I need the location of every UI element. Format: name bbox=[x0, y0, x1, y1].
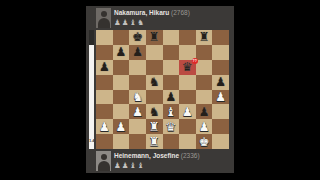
bottom-captured-tray: ♟♟♝♝ bbox=[114, 161, 145, 170]
black-pawn-piece[interactable]: ♟ bbox=[165, 91, 176, 103]
square-c2[interactable] bbox=[129, 119, 146, 134]
white-pawn-piece[interactable]: ♟ bbox=[182, 106, 193, 118]
bottom-player-bar: Heinemann, Josefine (2336) ♟♟♝♝ bbox=[86, 149, 234, 173]
top-captured-tray: ♟♟♝♞ bbox=[114, 18, 145, 27]
square-f4[interactable] bbox=[179, 90, 196, 105]
square-f8[interactable] bbox=[179, 30, 196, 45]
white-rook-piece[interactable]: ♜ bbox=[149, 136, 160, 148]
white-pawn-piece[interactable]: ♟ bbox=[199, 121, 210, 133]
square-a3[interactable] bbox=[96, 104, 113, 119]
avatar-torso-icon bbox=[98, 18, 110, 28]
square-b5[interactable] bbox=[113, 75, 130, 90]
black-knight-piece[interactable]: ♞ bbox=[149, 76, 160, 88]
square-c8[interactable]: ♚ bbox=[129, 30, 146, 45]
square-d4[interactable] bbox=[146, 90, 163, 105]
eval-bar: 1.4 bbox=[89, 30, 94, 149]
square-g3[interactable]: ♟ bbox=[196, 104, 213, 119]
square-g6[interactable] bbox=[196, 60, 213, 75]
square-d6[interactable] bbox=[146, 60, 163, 75]
eval-bar-black-section bbox=[89, 30, 94, 45]
square-e6[interactable] bbox=[163, 60, 180, 75]
white-rook-piece[interactable]: ♜ bbox=[149, 121, 160, 133]
square-a1[interactable] bbox=[96, 134, 113, 149]
eval-bar-white-section: 1.4 bbox=[89, 45, 94, 149]
broadcast-panel: Nakamura, Hikaru (2768) ♟♟♝♞ 1.4 ♚♜♜♟♟♟♛… bbox=[86, 6, 234, 173]
square-a8[interactable] bbox=[96, 30, 113, 45]
square-f2[interactable] bbox=[179, 119, 196, 134]
square-a4[interactable] bbox=[96, 90, 113, 105]
square-h8[interactable] bbox=[212, 30, 229, 45]
square-c1[interactable] bbox=[129, 134, 146, 149]
square-c5[interactable] bbox=[129, 75, 146, 90]
black-pawn-piece[interactable]: ♟ bbox=[132, 46, 143, 58]
square-g8[interactable]: ♜ bbox=[196, 30, 213, 45]
avatar-head-icon bbox=[101, 154, 107, 160]
top-player-rating: (2768) bbox=[171, 9, 190, 16]
eval-value: 1.4 bbox=[89, 138, 94, 143]
black-pawn-piece[interactable]: ♟ bbox=[99, 61, 110, 73]
square-f3[interactable]: ♟ bbox=[179, 104, 196, 119]
square-d2[interactable]: ♜ bbox=[146, 119, 163, 134]
square-e1[interactable] bbox=[163, 134, 180, 149]
square-e2[interactable]: ♛ bbox=[163, 119, 180, 134]
square-c7[interactable]: ♟ bbox=[129, 45, 146, 60]
square-c3[interactable]: ♟ bbox=[129, 104, 146, 119]
square-h6[interactable] bbox=[212, 60, 229, 75]
square-a7[interactable] bbox=[96, 45, 113, 60]
square-b7[interactable]: ♟ bbox=[113, 45, 130, 60]
square-c6[interactable] bbox=[129, 60, 146, 75]
white-pawn-piece[interactable]: ♟ bbox=[116, 121, 127, 133]
square-b3[interactable] bbox=[113, 104, 130, 119]
black-knight-piece[interactable]: ♞ bbox=[149, 106, 160, 118]
square-g4[interactable] bbox=[196, 90, 213, 105]
white-bishop-piece[interactable]: ♝ bbox=[165, 106, 176, 118]
black-king-piece[interactable]: ♚ bbox=[132, 31, 143, 43]
square-h5[interactable]: ♟ bbox=[212, 75, 229, 90]
square-g2[interactable]: ♟ bbox=[196, 119, 213, 134]
square-g5[interactable] bbox=[196, 75, 213, 90]
square-b4[interactable] bbox=[113, 90, 130, 105]
black-rook-piece[interactable]: ♜ bbox=[199, 31, 210, 43]
top-player-bar: Nakamura, Hikaru (2768) ♟♟♝♞ bbox=[86, 6, 234, 30]
bottom-player-name-text: Heinemann, Josefine bbox=[114, 152, 179, 159]
avatar-head-icon bbox=[101, 11, 107, 17]
avatar-torso-icon bbox=[98, 161, 110, 171]
square-e8[interactable] bbox=[163, 30, 180, 45]
bottom-player-name: Heinemann, Josefine (2336) bbox=[114, 152, 200, 159]
square-d5[interactable]: ♞ bbox=[146, 75, 163, 90]
top-player-avatar bbox=[96, 8, 111, 28]
square-d8[interactable]: ♜ bbox=[146, 30, 163, 45]
bottom-player-avatar bbox=[96, 151, 111, 171]
square-b6[interactable] bbox=[113, 60, 130, 75]
screenshot-stage: Nakamura, Hikaru (2768) ♟♟♝♞ 1.4 ♚♜♜♟♟♟♛… bbox=[0, 0, 320, 180]
black-queen-piece[interactable]: ♛ bbox=[182, 61, 193, 73]
square-a6[interactable]: ♟ bbox=[96, 60, 113, 75]
square-h7[interactable] bbox=[212, 45, 229, 60]
black-pawn-piece[interactable]: ♟ bbox=[215, 76, 226, 88]
square-h4[interactable]: ♟ bbox=[212, 90, 229, 105]
square-b8[interactable] bbox=[113, 30, 130, 45]
square-e5[interactable] bbox=[163, 75, 180, 90]
bottom-player-rating: (2336) bbox=[181, 152, 200, 159]
square-b2[interactable]: ♟ bbox=[113, 119, 130, 134]
white-pawn-piece[interactable]: ♟ bbox=[132, 106, 143, 118]
white-pawn-piece[interactable]: ♟ bbox=[215, 91, 226, 103]
top-player-name-text: Nakamura, Hikaru bbox=[114, 9, 169, 16]
square-e3[interactable]: ♝ bbox=[163, 104, 180, 119]
square-a2[interactable]: ♟ bbox=[96, 119, 113, 134]
square-f5[interactable] bbox=[179, 75, 196, 90]
white-knight-piece[interactable]: ♞ bbox=[132, 91, 143, 103]
square-g1[interactable]: ♚ bbox=[196, 134, 213, 149]
chess-board[interactable]: ♚♜♜♟♟♟♛??♞♟♞♟♟♟♞♝♟♟♟♟♜♛♟♜♚ bbox=[96, 30, 229, 149]
square-b1[interactable] bbox=[113, 134, 130, 149]
square-f6[interactable]: ♛?? bbox=[179, 60, 196, 75]
square-h1[interactable] bbox=[212, 134, 229, 149]
square-d7[interactable] bbox=[146, 45, 163, 60]
black-pawn-piece[interactable]: ♟ bbox=[199, 106, 210, 118]
white-king-piece[interactable]: ♚ bbox=[199, 136, 210, 148]
square-h3[interactable] bbox=[212, 104, 229, 119]
square-d3[interactable]: ♞ bbox=[146, 104, 163, 119]
square-f1[interactable] bbox=[179, 134, 196, 149]
white-queen-piece[interactable]: ♛ bbox=[165, 121, 176, 133]
square-g7[interactable] bbox=[196, 45, 213, 60]
square-d1[interactable]: ♜ bbox=[146, 134, 163, 149]
white-pawn-piece[interactable]: ♟ bbox=[99, 121, 110, 133]
square-e4[interactable]: ♟ bbox=[163, 90, 180, 105]
square-e7[interactable] bbox=[163, 45, 180, 60]
black-pawn-piece[interactable]: ♟ bbox=[116, 46, 127, 58]
square-a5[interactable] bbox=[96, 75, 113, 90]
top-player-name: Nakamura, Hikaru (2768) bbox=[114, 9, 190, 16]
black-rook-piece[interactable]: ♜ bbox=[149, 31, 160, 43]
blunder-badge-icon: ?? bbox=[192, 58, 198, 64]
square-h2[interactable] bbox=[212, 119, 229, 134]
square-c4[interactable]: ♞ bbox=[129, 90, 146, 105]
